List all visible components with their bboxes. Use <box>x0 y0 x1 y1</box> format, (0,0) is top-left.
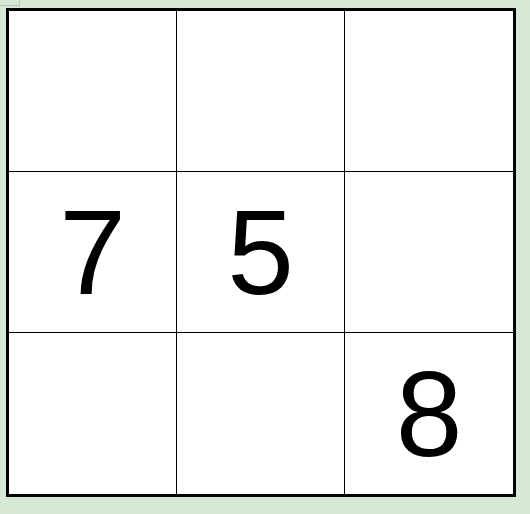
cell-r1c0[interactable]: 7 <box>9 172 177 333</box>
cell-r2c0[interactable] <box>9 333 177 494</box>
cell-r0c0[interactable] <box>9 11 177 172</box>
drawing-canvas: 7 5 8 <box>0 0 530 514</box>
cell-r2c2[interactable]: 8 <box>345 333 513 494</box>
cell-r1c2[interactable] <box>345 172 513 333</box>
canvas-grid-corner-line-horizontal <box>0 5 20 6</box>
cell-r0c1[interactable] <box>177 11 345 172</box>
puzzle-board: 7 5 8 <box>6 8 516 497</box>
cell-r0c2[interactable] <box>345 11 513 172</box>
cell-r2c1[interactable] <box>177 333 345 494</box>
cell-r1c1[interactable]: 5 <box>177 172 345 333</box>
canvas-grid-corner-line-vertical <box>19 0 20 6</box>
